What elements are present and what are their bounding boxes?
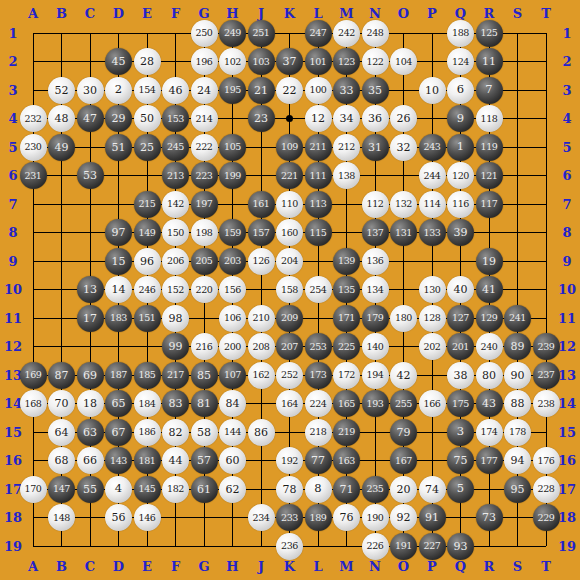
intersection-Q7[interactable]: 116 (446, 190, 475, 219)
black-stone-K18[interactable]: 233 (276, 504, 303, 531)
intersection-R5[interactable]: 119 (475, 133, 504, 162)
black-stone-N11[interactable]: 179 (362, 305, 389, 332)
black-stone-F13[interactable]: 217 (162, 362, 189, 389)
black-stone-C17[interactable]: 55 (77, 476, 104, 503)
black-stone-B13[interactable]: 87 (48, 362, 75, 389)
intersection-O3[interactable] (389, 76, 418, 105)
white-stone-T16[interactable]: 176 (533, 447, 560, 474)
intersection-L14[interactable]: 224 (304, 389, 333, 418)
intersection-R15[interactable]: 174 (475, 418, 504, 447)
intersection-G18[interactable] (190, 503, 219, 532)
black-stone-O14[interactable]: 255 (390, 390, 417, 417)
black-stone-L7[interactable]: 113 (305, 191, 332, 218)
intersection-A8[interactable] (19, 218, 48, 247)
intersection-Q4[interactable]: 9 (446, 104, 475, 133)
intersection-M6[interactable]: 138 (332, 161, 361, 190)
intersection-N7[interactable]: 112 (361, 190, 390, 219)
intersection-N8[interactable]: 137 (361, 218, 390, 247)
intersection-A2[interactable] (19, 47, 48, 76)
black-stone-Q4[interactable]: 9 (447, 105, 474, 132)
intersection-H8[interactable]: 159 (218, 218, 247, 247)
white-stone-B15[interactable]: 64 (48, 419, 75, 446)
white-stone-F8[interactable]: 150 (162, 219, 189, 246)
black-stone-E8[interactable]: 149 (134, 219, 161, 246)
white-stone-E15[interactable]: 186 (134, 419, 161, 446)
intersection-Q10[interactable]: 40 (446, 275, 475, 304)
intersection-K15[interactable] (275, 418, 304, 447)
intersection-A13[interactable]: 169 (19, 361, 48, 390)
intersection-A14[interactable]: 168 (19, 389, 48, 418)
intersection-T19[interactable] (532, 532, 561, 561)
intersection-H7[interactable] (218, 190, 247, 219)
black-stone-D4[interactable]: 29 (105, 105, 132, 132)
intersection-M3[interactable]: 33 (332, 76, 361, 105)
black-stone-H3[interactable]: 195 (219, 77, 246, 104)
intersection-P6[interactable]: 244 (418, 161, 447, 190)
white-stone-D17[interactable]: 4 (105, 476, 132, 503)
white-stone-K10[interactable]: 158 (276, 276, 303, 303)
intersection-S14[interactable]: 88 (503, 389, 532, 418)
black-stone-R7[interactable]: 117 (476, 191, 503, 218)
black-stone-O15[interactable]: 79 (390, 419, 417, 446)
intersection-P9[interactable] (418, 247, 447, 276)
black-stone-Q8[interactable]: 39 (447, 219, 474, 246)
intersection-L8[interactable]: 115 (304, 218, 333, 247)
intersection-S10[interactable] (503, 275, 532, 304)
black-stone-T13[interactable]: 237 (533, 362, 560, 389)
black-stone-D13[interactable]: 187 (105, 362, 132, 389)
intersection-B6[interactable] (47, 161, 76, 190)
black-stone-R3[interactable]: 7 (476, 77, 503, 104)
white-stone-P14[interactable]: 166 (419, 390, 446, 417)
black-stone-L6[interactable]: 111 (305, 162, 332, 189)
intersection-A18[interactable] (19, 503, 48, 532)
black-stone-C13[interactable]: 69 (77, 362, 104, 389)
black-stone-L18[interactable]: 189 (305, 504, 332, 531)
white-stone-P3[interactable]: 10 (419, 77, 446, 104)
black-stone-H6[interactable]: 199 (219, 162, 246, 189)
white-stone-F10[interactable]: 152 (162, 276, 189, 303)
intersection-H10[interactable]: 156 (218, 275, 247, 304)
intersection-K2[interactable]: 37 (275, 47, 304, 76)
black-stone-D9[interactable]: 15 (105, 248, 132, 275)
black-stone-Q19[interactable]: 93 (447, 533, 474, 560)
intersection-B9[interactable] (47, 247, 76, 276)
intersection-S4[interactable] (503, 104, 532, 133)
white-stone-H15[interactable]: 144 (219, 419, 246, 446)
intersection-K5[interactable]: 109 (275, 133, 304, 162)
white-stone-G4[interactable]: 214 (191, 105, 218, 132)
intersection-J2[interactable]: 103 (247, 47, 276, 76)
black-stone-H1[interactable]: 249 (219, 20, 246, 47)
white-stone-Q10[interactable]: 40 (447, 276, 474, 303)
intersection-M16[interactable]: 163 (332, 446, 361, 475)
intersection-E17[interactable]: 145 (133, 475, 162, 504)
intersection-Q18[interactable] (446, 503, 475, 532)
white-stone-R15[interactable]: 174 (476, 419, 503, 446)
intersection-G3[interactable]: 24 (190, 76, 219, 105)
intersection-C18[interactable] (76, 503, 105, 532)
black-stone-E16[interactable]: 181 (134, 447, 161, 474)
white-stone-E18[interactable]: 146 (134, 504, 161, 531)
white-stone-R4[interactable]: 118 (476, 105, 503, 132)
intersection-K6[interactable]: 221 (275, 161, 304, 190)
intersection-O6[interactable] (389, 161, 418, 190)
black-stone-L13[interactable]: 173 (305, 362, 332, 389)
white-stone-C14[interactable]: 18 (77, 390, 104, 417)
white-stone-D3[interactable]: 2 (105, 77, 132, 104)
black-stone-L5[interactable]: 211 (305, 134, 332, 161)
intersection-G16[interactable]: 57 (190, 446, 219, 475)
intersection-F2[interactable] (161, 47, 190, 76)
intersection-J19[interactable] (247, 532, 276, 561)
intersection-B7[interactable] (47, 190, 76, 219)
intersection-D9[interactable]: 15 (104, 247, 133, 276)
white-stone-O2[interactable]: 104 (390, 48, 417, 75)
intersection-J11[interactable]: 210 (247, 304, 276, 333)
black-stone-G14[interactable]: 81 (191, 390, 218, 417)
white-stone-J9[interactable]: 126 (248, 248, 275, 275)
intersection-M7[interactable] (332, 190, 361, 219)
intersection-P16[interactable] (418, 446, 447, 475)
white-stone-L14[interactable]: 224 (305, 390, 332, 417)
black-stone-L2[interactable]: 101 (305, 48, 332, 75)
white-stone-F15[interactable]: 82 (162, 419, 189, 446)
intersection-S12[interactable]: 89 (503, 332, 532, 361)
intersection-C17[interactable]: 55 (76, 475, 105, 504)
intersection-C19[interactable] (76, 532, 105, 561)
black-stone-K2[interactable]: 37 (276, 48, 303, 75)
intersection-N12[interactable]: 140 (361, 332, 390, 361)
intersection-Q17[interactable]: 5 (446, 475, 475, 504)
black-stone-N17[interactable]: 235 (362, 476, 389, 503)
white-stone-G10[interactable]: 220 (191, 276, 218, 303)
intersection-S7[interactable] (503, 190, 532, 219)
intersection-C8[interactable] (76, 218, 105, 247)
intersection-S2[interactable] (503, 47, 532, 76)
intersection-Q11[interactable]: 127 (446, 304, 475, 333)
black-stone-E13[interactable]: 185 (134, 362, 161, 389)
intersection-J7[interactable]: 161 (247, 190, 276, 219)
intersection-G17[interactable]: 61 (190, 475, 219, 504)
intersection-N1[interactable]: 248 (361, 19, 390, 48)
intersection-N5[interactable]: 31 (361, 133, 390, 162)
intersection-J15[interactable]: 86 (247, 418, 276, 447)
white-stone-G12[interactable]: 216 (191, 333, 218, 360)
intersection-O7[interactable]: 132 (389, 190, 418, 219)
white-stone-N7[interactable]: 112 (362, 191, 389, 218)
white-stone-J13[interactable]: 162 (248, 362, 275, 389)
intersection-F14[interactable]: 83 (161, 389, 190, 418)
intersection-Q5[interactable]: 1 (446, 133, 475, 162)
black-stone-K12[interactable]: 207 (276, 333, 303, 360)
black-stone-F12[interactable]: 99 (162, 333, 189, 360)
black-stone-S11[interactable]: 241 (504, 305, 531, 332)
intersection-P2[interactable] (418, 47, 447, 76)
white-stone-M6[interactable]: 138 (333, 162, 360, 189)
intersection-C16[interactable]: 66 (76, 446, 105, 475)
intersection-P10[interactable]: 130 (418, 275, 447, 304)
black-stone-M2[interactable]: 123 (333, 48, 360, 75)
intersection-O17[interactable]: 20 (389, 475, 418, 504)
black-stone-R18[interactable]: 73 (476, 504, 503, 531)
black-stone-T12[interactable]: 239 (533, 333, 560, 360)
intersection-A1[interactable] (19, 19, 48, 48)
intersection-J5[interactable] (247, 133, 276, 162)
intersection-O10[interactable] (389, 275, 418, 304)
white-stone-S16[interactable]: 94 (504, 447, 531, 474)
intersection-A17[interactable]: 170 (19, 475, 48, 504)
intersection-G5[interactable]: 222 (190, 133, 219, 162)
intersection-P15[interactable] (418, 418, 447, 447)
intersection-G11[interactable] (190, 304, 219, 333)
white-stone-P11[interactable]: 128 (419, 305, 446, 332)
intersection-O16[interactable]: 167 (389, 446, 418, 475)
intersection-T13[interactable]: 237 (532, 361, 561, 390)
intersection-G13[interactable]: 85 (190, 361, 219, 390)
white-stone-K8[interactable]: 160 (276, 219, 303, 246)
intersection-N2[interactable]: 122 (361, 47, 390, 76)
black-stone-G13[interactable]: 85 (191, 362, 218, 389)
intersection-G7[interactable]: 197 (190, 190, 219, 219)
intersection-F6[interactable]: 213 (161, 161, 190, 190)
intersection-J13[interactable]: 162 (247, 361, 276, 390)
intersection-A7[interactable] (19, 190, 48, 219)
black-stone-D8[interactable]: 97 (105, 219, 132, 246)
black-stone-M3[interactable]: 33 (333, 77, 360, 104)
black-stone-M10[interactable]: 135 (333, 276, 360, 303)
intersection-A15[interactable] (19, 418, 48, 447)
white-stone-E10[interactable]: 246 (134, 276, 161, 303)
intersection-K10[interactable]: 158 (275, 275, 304, 304)
white-stone-M18[interactable]: 76 (333, 504, 360, 531)
intersection-G9[interactable]: 205 (190, 247, 219, 276)
intersection-L5[interactable]: 211 (304, 133, 333, 162)
white-stone-S14[interactable]: 88 (504, 390, 531, 417)
intersection-O2[interactable]: 104 (389, 47, 418, 76)
black-stone-K5[interactable]: 109 (276, 134, 303, 161)
intersection-J18[interactable]: 234 (247, 503, 276, 532)
black-stone-H8[interactable]: 159 (219, 219, 246, 246)
intersection-H13[interactable]: 107 (218, 361, 247, 390)
white-stone-H17[interactable]: 62 (219, 476, 246, 503)
intersection-C5[interactable] (76, 133, 105, 162)
white-stone-A4[interactable]: 232 (20, 105, 47, 132)
black-stone-G6[interactable]: 223 (191, 162, 218, 189)
black-stone-N3[interactable]: 35 (362, 77, 389, 104)
intersection-J17[interactable] (247, 475, 276, 504)
intersection-Q9[interactable] (446, 247, 475, 276)
intersection-F15[interactable]: 82 (161, 418, 190, 447)
white-stone-O4[interactable]: 26 (390, 105, 417, 132)
black-stone-Q5[interactable]: 1 (447, 134, 474, 161)
black-stone-F14[interactable]: 83 (162, 390, 189, 417)
white-stone-H16[interactable]: 60 (219, 447, 246, 474)
intersection-D5[interactable]: 51 (104, 133, 133, 162)
white-stone-A5[interactable]: 230 (20, 134, 47, 161)
white-stone-B18[interactable]: 148 (48, 504, 75, 531)
intersection-E2[interactable]: 28 (133, 47, 162, 76)
intersection-A12[interactable] (19, 332, 48, 361)
intersection-F4[interactable]: 153 (161, 104, 190, 133)
black-stone-O8[interactable]: 131 (390, 219, 417, 246)
intersection-H9[interactable]: 203 (218, 247, 247, 276)
intersection-Q6[interactable]: 120 (446, 161, 475, 190)
intersection-M18[interactable]: 76 (332, 503, 361, 532)
black-stone-S12[interactable]: 89 (504, 333, 531, 360)
intersection-S17[interactable]: 95 (503, 475, 532, 504)
black-stone-M16[interactable]: 163 (333, 447, 360, 474)
intersection-D10[interactable]: 14 (104, 275, 133, 304)
intersection-M9[interactable]: 139 (332, 247, 361, 276)
intersection-A10[interactable] (19, 275, 48, 304)
intersection-R14[interactable]: 43 (475, 389, 504, 418)
intersection-C6[interactable]: 53 (76, 161, 105, 190)
intersection-B19[interactable] (47, 532, 76, 561)
intersection-Q15[interactable]: 3 (446, 418, 475, 447)
intersection-N4[interactable]: 36 (361, 104, 390, 133)
white-stone-T17[interactable]: 228 (533, 476, 560, 503)
white-stone-Q1[interactable]: 188 (447, 20, 474, 47)
white-stone-S13[interactable]: 90 (504, 362, 531, 389)
white-stone-N13[interactable]: 194 (362, 362, 389, 389)
white-stone-N9[interactable]: 136 (362, 248, 389, 275)
intersection-P12[interactable]: 202 (418, 332, 447, 361)
intersection-F19[interactable] (161, 532, 190, 561)
black-stone-C6[interactable]: 53 (77, 162, 104, 189)
intersection-S15[interactable]: 178 (503, 418, 532, 447)
intersection-M14[interactable]: 165 (332, 389, 361, 418)
intersection-H16[interactable]: 60 (218, 446, 247, 475)
white-stone-M5[interactable]: 212 (333, 134, 360, 161)
intersection-B11[interactable] (47, 304, 76, 333)
intersection-D6[interactable] (104, 161, 133, 190)
white-stone-M4[interactable]: 34 (333, 105, 360, 132)
intersection-T2[interactable] (532, 47, 561, 76)
white-stone-J11[interactable]: 210 (248, 305, 275, 332)
black-stone-M17[interactable]: 71 (333, 476, 360, 503)
white-stone-J18[interactable]: 234 (248, 504, 275, 531)
intersection-A6[interactable]: 231 (19, 161, 48, 190)
intersection-K13[interactable]: 252 (275, 361, 304, 390)
intersection-L11[interactable] (304, 304, 333, 333)
intersection-S6[interactable] (503, 161, 532, 190)
intersection-H5[interactable]: 105 (218, 133, 247, 162)
intersection-D7[interactable] (104, 190, 133, 219)
intersection-R9[interactable]: 19 (475, 247, 504, 276)
intersection-K18[interactable]: 233 (275, 503, 304, 532)
intersection-C15[interactable]: 63 (76, 418, 105, 447)
black-stone-R1[interactable]: 125 (476, 20, 503, 47)
intersection-K14[interactable]: 164 (275, 389, 304, 418)
intersection-A9[interactable] (19, 247, 48, 276)
intersection-P1[interactable] (418, 19, 447, 48)
intersection-O12[interactable] (389, 332, 418, 361)
intersection-G8[interactable]: 198 (190, 218, 219, 247)
intersection-L15[interactable]: 218 (304, 418, 333, 447)
black-stone-J4[interactable]: 23 (248, 105, 275, 132)
intersection-E5[interactable]: 25 (133, 133, 162, 162)
intersection-K11[interactable]: 209 (275, 304, 304, 333)
white-stone-G2[interactable]: 196 (191, 48, 218, 75)
white-stone-N1[interactable]: 248 (362, 20, 389, 47)
white-stone-Q13[interactable]: 38 (447, 362, 474, 389)
white-stone-G3[interactable]: 24 (191, 77, 218, 104)
intersection-S18[interactable] (503, 503, 532, 532)
white-stone-O17[interactable]: 20 (390, 476, 417, 503)
black-stone-H5[interactable]: 105 (219, 134, 246, 161)
intersection-D4[interactable]: 29 (104, 104, 133, 133)
black-stone-J3[interactable]: 21 (248, 77, 275, 104)
intersection-N3[interactable]: 35 (361, 76, 390, 105)
intersection-P4[interactable] (418, 104, 447, 133)
intersection-E11[interactable]: 151 (133, 304, 162, 333)
intersection-E15[interactable]: 186 (133, 418, 162, 447)
intersection-E19[interactable] (133, 532, 162, 561)
white-stone-L3[interactable]: 100 (305, 77, 332, 104)
intersection-P7[interactable]: 114 (418, 190, 447, 219)
white-stone-B3[interactable]: 52 (48, 77, 75, 104)
white-stone-K9[interactable]: 204 (276, 248, 303, 275)
black-stone-P19[interactable]: 227 (419, 533, 446, 560)
intersection-P5[interactable]: 243 (418, 133, 447, 162)
black-stone-G16[interactable]: 57 (191, 447, 218, 474)
intersection-J8[interactable]: 157 (247, 218, 276, 247)
intersection-K17[interactable]: 78 (275, 475, 304, 504)
white-stone-O18[interactable]: 92 (390, 504, 417, 531)
intersection-Q3[interactable]: 6 (446, 76, 475, 105)
black-stone-M9[interactable]: 139 (333, 248, 360, 275)
intersection-J1[interactable]: 251 (247, 19, 276, 48)
intersection-E12[interactable] (133, 332, 162, 361)
intersection-D8[interactable]: 97 (104, 218, 133, 247)
intersection-D15[interactable]: 67 (104, 418, 133, 447)
intersection-L13[interactable]: 173 (304, 361, 333, 390)
intersection-P8[interactable]: 133 (418, 218, 447, 247)
intersection-E16[interactable]: 181 (133, 446, 162, 475)
intersection-B2[interactable] (47, 47, 76, 76)
intersection-R16[interactable]: 177 (475, 446, 504, 475)
intersection-J3[interactable]: 21 (247, 76, 276, 105)
black-stone-C10[interactable]: 13 (77, 276, 104, 303)
intersection-H14[interactable]: 84 (218, 389, 247, 418)
black-stone-P18[interactable]: 91 (419, 504, 446, 531)
white-stone-Q2[interactable]: 124 (447, 48, 474, 75)
black-stone-B5[interactable]: 49 (48, 134, 75, 161)
white-stone-M13[interactable]: 172 (333, 362, 360, 389)
white-stone-B4[interactable]: 48 (48, 105, 75, 132)
intersection-Q16[interactable]: 75 (446, 446, 475, 475)
intersection-Q8[interactable]: 39 (446, 218, 475, 247)
intersection-S3[interactable] (503, 76, 532, 105)
intersection-R18[interactable]: 73 (475, 503, 504, 532)
intersection-B3[interactable]: 52 (47, 76, 76, 105)
intersection-N17[interactable]: 235 (361, 475, 390, 504)
intersection-L9[interactable] (304, 247, 333, 276)
white-stone-M1[interactable]: 242 (333, 20, 360, 47)
black-stone-Q12[interactable]: 201 (447, 333, 474, 360)
intersection-Q14[interactable]: 175 (446, 389, 475, 418)
white-stone-O7[interactable]: 132 (390, 191, 417, 218)
intersection-B14[interactable]: 70 (47, 389, 76, 418)
intersection-M8[interactable] (332, 218, 361, 247)
intersection-F3[interactable]: 46 (161, 76, 190, 105)
white-stone-N2[interactable]: 122 (362, 48, 389, 75)
intersection-H15[interactable]: 144 (218, 418, 247, 447)
intersection-N9[interactable]: 136 (361, 247, 390, 276)
intersection-P13[interactable] (418, 361, 447, 390)
intersection-C1[interactable] (76, 19, 105, 48)
